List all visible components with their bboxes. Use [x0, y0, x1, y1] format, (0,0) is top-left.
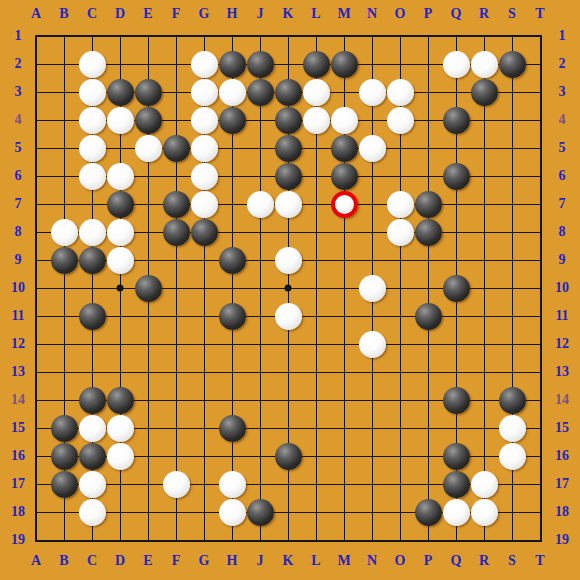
- white-stone-D6: [107, 163, 134, 190]
- white-stone-S15: [499, 415, 526, 442]
- stones-layer: [22, 22, 554, 554]
- white-stone-C5: [79, 135, 106, 162]
- black-stone-H11: [219, 303, 246, 330]
- black-stone-F8: [163, 219, 190, 246]
- coord-label-bottom-D: D: [106, 551, 134, 571]
- coord-label-top-H: H: [218, 4, 246, 24]
- white-stone-D8: [107, 219, 134, 246]
- coord-label-top-C: C: [78, 4, 106, 24]
- coord-label-bottom-J: J: [246, 551, 274, 571]
- black-stone-Q6: [443, 163, 470, 190]
- black-stone-R3: [471, 79, 498, 106]
- black-stone-C14: [79, 387, 106, 414]
- white-stone-N3: [359, 79, 386, 106]
- coord-label-bottom-S: S: [498, 551, 526, 571]
- white-stone-G7: [191, 191, 218, 218]
- black-stone-K16: [275, 443, 302, 470]
- white-stone-C2: [79, 51, 106, 78]
- white-stone-J7: [247, 191, 274, 218]
- black-stone-J3: [247, 79, 274, 106]
- coord-label-bottom-T: T: [526, 551, 554, 571]
- black-stone-L2: [303, 51, 330, 78]
- coord-label-top-J: J: [246, 4, 274, 24]
- black-stone-S14: [499, 387, 526, 414]
- black-stone-B9: [51, 247, 78, 274]
- coord-label-bottom-O: O: [386, 551, 414, 571]
- coord-label-bottom-L: L: [302, 551, 330, 571]
- white-stone-C17: [79, 471, 106, 498]
- coord-label-top-E: E: [134, 4, 162, 24]
- black-stone-M6: [331, 163, 358, 190]
- white-stone-C6: [79, 163, 106, 190]
- coord-label-top-N: N: [358, 4, 386, 24]
- coord-label-top-Q: Q: [442, 4, 470, 24]
- coord-label-bottom-G: G: [190, 551, 218, 571]
- white-stone-G6: [191, 163, 218, 190]
- white-stone-K11: [275, 303, 302, 330]
- white-stone-O8: [387, 219, 414, 246]
- coord-label-bottom-K: K: [274, 551, 302, 571]
- white-stone-C8: [79, 219, 106, 246]
- coord-label-bottom-H: H: [218, 551, 246, 571]
- white-stone-H18: [219, 499, 246, 526]
- black-stone-B16: [51, 443, 78, 470]
- white-stone-Q2: [443, 51, 470, 78]
- white-stone-K9: [275, 247, 302, 274]
- coord-label-bottom-F: F: [162, 551, 190, 571]
- black-stone-F5: [163, 135, 190, 162]
- white-stone-G5: [191, 135, 218, 162]
- go-board[interactable]: AABBCCDDEEFFGGHHJJKKLLMMNNOOPPQQRRSSTT11…: [0, 0, 580, 580]
- coord-label-top-P: P: [414, 4, 442, 24]
- white-stone-E5: [135, 135, 162, 162]
- white-stone-C18: [79, 499, 106, 526]
- black-stone-K4: [275, 107, 302, 134]
- black-stone-F7: [163, 191, 190, 218]
- coord-label-top-F: F: [162, 4, 190, 24]
- coord-label-bottom-B: B: [50, 551, 78, 571]
- black-stone-P18: [415, 499, 442, 526]
- white-stone-H3: [219, 79, 246, 106]
- coord-label-top-G: G: [190, 4, 218, 24]
- coord-label-top-D: D: [106, 4, 134, 24]
- black-stone-K3: [275, 79, 302, 106]
- black-stone-P7: [415, 191, 442, 218]
- white-stone-H17: [219, 471, 246, 498]
- black-stone-H2: [219, 51, 246, 78]
- coord-label-bottom-Q: Q: [442, 551, 470, 571]
- white-stone-L3: [303, 79, 330, 106]
- black-stone-Q10: [443, 275, 470, 302]
- black-stone-H9: [219, 247, 246, 274]
- black-stone-P11: [415, 303, 442, 330]
- black-stone-K6: [275, 163, 302, 190]
- white-stone-C15: [79, 415, 106, 442]
- white-stone-N10: [359, 275, 386, 302]
- white-stone-L4: [303, 107, 330, 134]
- black-stone-J2: [247, 51, 274, 78]
- white-stone-D15: [107, 415, 134, 442]
- white-stone-O3: [387, 79, 414, 106]
- white-stone-C3: [79, 79, 106, 106]
- black-stone-B15: [51, 415, 78, 442]
- white-stone-R17: [471, 471, 498, 498]
- black-stone-C11: [79, 303, 106, 330]
- white-stone-G4: [191, 107, 218, 134]
- white-stone-D16: [107, 443, 134, 470]
- white-stone-N12: [359, 331, 386, 358]
- black-stone-H4: [219, 107, 246, 134]
- coord-label-top-M: M: [330, 4, 358, 24]
- black-stone-H15: [219, 415, 246, 442]
- black-stone-K5: [275, 135, 302, 162]
- coord-label-bottom-P: P: [414, 551, 442, 571]
- coord-label-bottom-R: R: [470, 551, 498, 571]
- black-stone-B17: [51, 471, 78, 498]
- white-stone-Q18: [443, 499, 470, 526]
- white-stone-N5: [359, 135, 386, 162]
- black-stone-C9: [79, 247, 106, 274]
- black-stone-D14: [107, 387, 134, 414]
- black-stone-E4: [135, 107, 162, 134]
- black-stone-E3: [135, 79, 162, 106]
- black-stone-D3: [107, 79, 134, 106]
- black-stone-P8: [415, 219, 442, 246]
- coord-label-top-O: O: [386, 4, 414, 24]
- black-stone-D7: [107, 191, 134, 218]
- black-stone-M5: [331, 135, 358, 162]
- coord-label-bottom-E: E: [134, 551, 162, 571]
- black-stone-J18: [247, 499, 274, 526]
- white-stone-last-move-M7: [331, 191, 358, 218]
- black-stone-G8: [191, 219, 218, 246]
- coord-label-top-L: L: [302, 4, 330, 24]
- coord-label-top-K: K: [274, 4, 302, 24]
- coord-label-bottom-M: M: [330, 551, 358, 571]
- coord-label-top-T: T: [526, 4, 554, 24]
- white-stone-O4: [387, 107, 414, 134]
- coord-label-bottom-A: A: [22, 551, 50, 571]
- white-stone-R18: [471, 499, 498, 526]
- black-stone-C16: [79, 443, 106, 470]
- coord-label-top-B: B: [50, 4, 78, 24]
- white-stone-M4: [331, 107, 358, 134]
- black-stone-Q4: [443, 107, 470, 134]
- coord-label-bottom-C: C: [78, 551, 106, 571]
- black-stone-E10: [135, 275, 162, 302]
- white-stone-D4: [107, 107, 134, 134]
- coord-label-top-R: R: [470, 4, 498, 24]
- white-stone-O7: [387, 191, 414, 218]
- black-stone-S2: [499, 51, 526, 78]
- white-stone-R2: [471, 51, 498, 78]
- white-stone-G2: [191, 51, 218, 78]
- white-stone-F17: [163, 471, 190, 498]
- black-stone-Q14: [443, 387, 470, 414]
- coord-label-top-S: S: [498, 4, 526, 24]
- white-stone-C4: [79, 107, 106, 134]
- white-stone-K7: [275, 191, 302, 218]
- black-stone-Q17: [443, 471, 470, 498]
- coord-label-top-A: A: [22, 4, 50, 24]
- white-stone-B8: [51, 219, 78, 246]
- black-stone-Q16: [443, 443, 470, 470]
- black-stone-M2: [331, 51, 358, 78]
- white-stone-G3: [191, 79, 218, 106]
- white-stone-D9: [107, 247, 134, 274]
- coord-label-bottom-N: N: [358, 551, 386, 571]
- white-stone-S16: [499, 443, 526, 470]
